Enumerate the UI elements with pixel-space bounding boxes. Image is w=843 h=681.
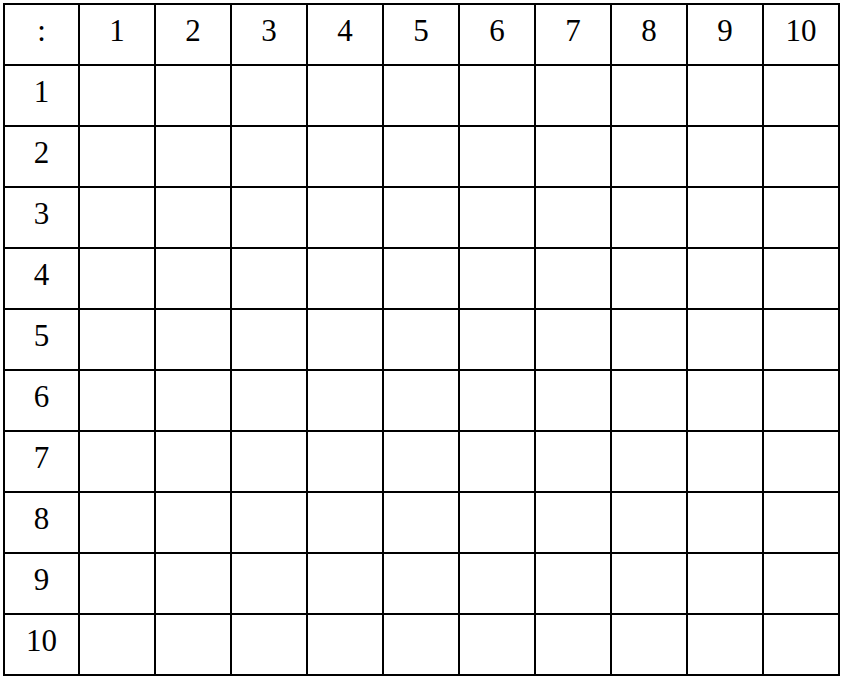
grid-cell-r4-c7[interactable] [536,249,612,310]
grid-cell-r3-c4[interactable] [308,188,384,249]
grid-cell-r8-c3[interactable] [232,493,308,554]
grid-cell-r6-c2[interactable] [156,371,232,432]
row-header-cell-3: 3 [5,188,80,249]
grid-cell-r10-c5[interactable] [384,615,460,676]
grid-cell-r4-c2[interactable] [156,249,232,310]
grid-cell-r10-c4[interactable] [308,615,384,676]
grid-cell-r3-c2[interactable] [156,188,232,249]
grid-cell-r4-c8[interactable] [612,249,688,310]
column-header-cell-4: 4 [308,5,384,66]
column-header-cell-7: 7 [536,5,612,66]
column-header-cell-10: 10 [764,5,840,66]
grid-cell-r7-c1[interactable] [80,432,156,493]
column-header-cell-1: 1 [80,5,156,66]
row-header-cell-8: 8 [5,493,80,554]
grid-cell-r5-c1[interactable] [80,310,156,371]
grid-cell-r10-c1[interactable] [80,615,156,676]
grid-cell-r2-c5[interactable] [384,127,460,188]
grid-cell-r5-c3[interactable] [232,310,308,371]
grid-cell-r7-c7[interactable] [536,432,612,493]
column-header-cell-5: 5 [384,5,460,66]
grid-cell-r7-c3[interactable] [232,432,308,493]
grid-cell-r6-c1[interactable] [80,371,156,432]
row-header-cell-9: 9 [5,554,80,615]
row-header-cell-4: 4 [5,249,80,310]
row-header-cell-10: 10 [5,615,80,676]
grid-cell-r1-c8[interactable] [612,66,688,127]
page: { "game": "blank-division-table-grid-10x… [0,0,843,681]
grid-cell-r9-c1[interactable] [80,554,156,615]
column-header-cell-9: 9 [688,5,764,66]
grid-cell-r6-c3[interactable] [232,371,308,432]
grid-cell-r10-c6[interactable] [460,615,536,676]
grid-cell-r9-c8[interactable] [612,554,688,615]
grid-cell-r6-c8[interactable] [612,371,688,432]
row-header-cell-1: 1 [5,66,80,127]
grid-cell-r2-c4[interactable] [308,127,384,188]
grid-cell-r3-c6[interactable] [460,188,536,249]
grid-cell-r3-c7[interactable] [536,188,612,249]
grid-cell-r10-c9[interactable] [688,615,764,676]
grid-cell-r5-c5[interactable] [384,310,460,371]
grid-cell-r3-c10[interactable] [764,188,840,249]
division-table-board: :1234567891012345678910 [3,3,840,676]
grid-cell-r5-c9[interactable] [688,310,764,371]
grid-cell-r6-c7[interactable] [536,371,612,432]
grid-cell-r10-c3[interactable] [232,615,308,676]
grid-cell-r8-c1[interactable] [80,493,156,554]
grid-cell-r2-c10[interactable] [764,127,840,188]
grid-cell-r4-c9[interactable] [688,249,764,310]
grid-cell-r4-c10[interactable] [764,249,840,310]
grid-cell-r2-c1[interactable] [80,127,156,188]
grid-cell-r6-c9[interactable] [688,371,764,432]
grid-cell-r10-c2[interactable] [156,615,232,676]
column-header-cell-3: 3 [232,5,308,66]
grid-cell-r6-c6[interactable] [460,371,536,432]
grid-cell-r9-c6[interactable] [460,554,536,615]
grid-cell-r8-c7[interactable] [536,493,612,554]
column-header-cell-2: 2 [156,5,232,66]
grid-cell-r2-c2[interactable] [156,127,232,188]
grid-cell-r5-c10[interactable] [764,310,840,371]
grid-cell-r1-c5[interactable] [384,66,460,127]
grid-cell-r8-c2[interactable] [156,493,232,554]
grid-cell-r4-c5[interactable] [384,249,460,310]
grid-cell-r9-c4[interactable] [308,554,384,615]
corner-cell: : [5,5,80,66]
grid-cell-r7-c9[interactable] [688,432,764,493]
row-header-cell-5: 5 [5,310,80,371]
grid-cell-r10-c7[interactable] [536,615,612,676]
grid-cell-r2-c6[interactable] [460,127,536,188]
grid-cell-r8-c9[interactable] [688,493,764,554]
grid-cell-r2-c7[interactable] [536,127,612,188]
grid-cell-r9-c2[interactable] [156,554,232,615]
row-header-cell-7: 7 [5,432,80,493]
grid-cell-r5-c6[interactable] [460,310,536,371]
grid-cell-r8-c5[interactable] [384,493,460,554]
grid-cell-r3-c9[interactable] [688,188,764,249]
grid-cell-r7-c6[interactable] [460,432,536,493]
grid-cell-r9-c7[interactable] [536,554,612,615]
column-header-cell-6: 6 [460,5,536,66]
grid-cell-r4-c6[interactable] [460,249,536,310]
grid-cell-r8-c10[interactable] [764,493,840,554]
grid-cell-r2-c9[interactable] [688,127,764,188]
grid-cell-r7-c5[interactable] [384,432,460,493]
grid-cell-r5-c8[interactable] [612,310,688,371]
grid-cell-r9-c3[interactable] [232,554,308,615]
row-header-cell-2: 2 [5,127,80,188]
grid-cell-r3-c1[interactable] [80,188,156,249]
grid-cell-r10-c8[interactable] [612,615,688,676]
grid-cell-r4-c3[interactable] [232,249,308,310]
grid-cell-r7-c8[interactable] [612,432,688,493]
grid-cell-r1-c4[interactable] [308,66,384,127]
grid-cell-r6-c5[interactable] [384,371,460,432]
grid-cell-r10-c10[interactable] [764,615,840,676]
column-header-cell-8: 8 [612,5,688,66]
grid-cell-r1-c6[interactable] [460,66,536,127]
grid-cell-r3-c5[interactable] [384,188,460,249]
grid-cell-r7-c2[interactable] [156,432,232,493]
grid-cell-r6-c4[interactable] [308,371,384,432]
grid-cell-r7-c10[interactable] [764,432,840,493]
grid-cell-r3-c3[interactable] [232,188,308,249]
grid-cell-r1-c7[interactable] [536,66,612,127]
grid-cell-r9-c5[interactable] [384,554,460,615]
grid-cell-r9-c10[interactable] [764,554,840,615]
grid-cell-r2-c8[interactable] [612,127,688,188]
grid-cell-r1-c1[interactable] [80,66,156,127]
grid-cell-r5-c2[interactable] [156,310,232,371]
grid-cell-r8-c6[interactable] [460,493,536,554]
grid-cell-r4-c1[interactable] [80,249,156,310]
grid-cell-r5-c4[interactable] [308,310,384,371]
grid-cell-r8-c8[interactable] [612,493,688,554]
grid-cell-r1-c10[interactable] [764,66,840,127]
grid-cell-r1-c2[interactable] [156,66,232,127]
row-header-cell-6: 6 [5,371,80,432]
grid-cell-r2-c3[interactable] [232,127,308,188]
grid-cell-r7-c4[interactable] [308,432,384,493]
grid-cell-r1-c9[interactable] [688,66,764,127]
grid-cell-r9-c9[interactable] [688,554,764,615]
grid-cell-r3-c8[interactable] [612,188,688,249]
grid-cell-r5-c7[interactable] [536,310,612,371]
grid-cell-r4-c4[interactable] [308,249,384,310]
grid-cell-r6-c10[interactable] [764,371,840,432]
grid-cell-r1-c3[interactable] [232,66,308,127]
grid-cell-r8-c4[interactable] [308,493,384,554]
